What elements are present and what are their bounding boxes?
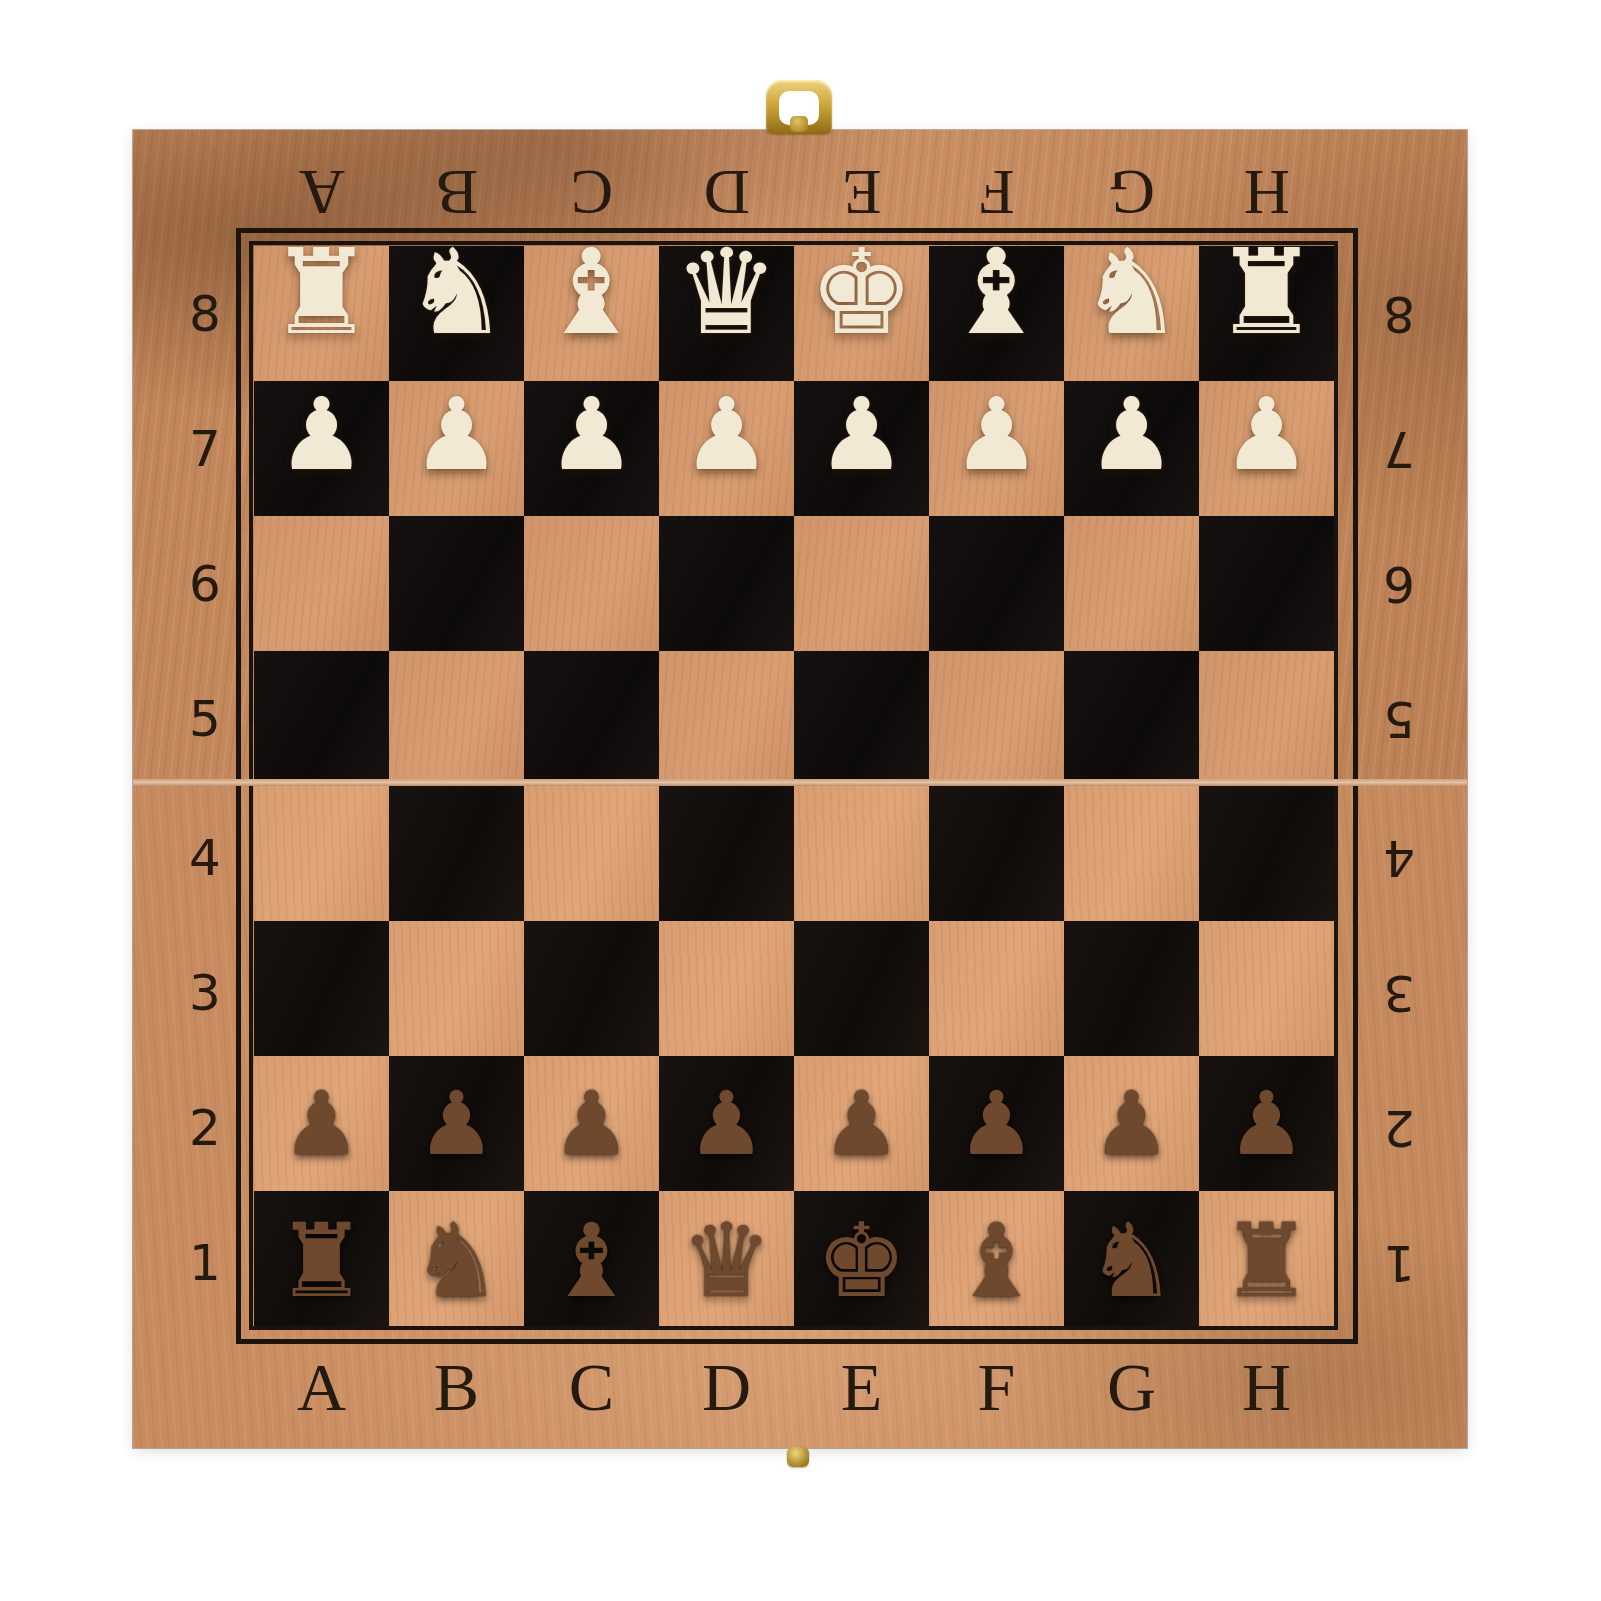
square-h2[interactable]: ♟ xyxy=(1199,1056,1334,1191)
file-label-bottom-b: B xyxy=(434,1348,479,1427)
square-f7[interactable]: ♟ xyxy=(929,381,1064,516)
piece-cream-pawn[interactable]: ♟ xyxy=(682,385,772,485)
piece-cream-bishop[interactable]: ♝ xyxy=(944,233,1050,351)
square-d4[interactable] xyxy=(659,786,794,921)
rank-label-left-2: 2 xyxy=(189,1099,221,1157)
square-g5[interactable] xyxy=(1064,651,1199,786)
piece-cream-knight[interactable]: ♞ xyxy=(404,233,510,351)
square-g2[interactable]: ♟ xyxy=(1064,1056,1199,1191)
square-d7[interactable]: ♟ xyxy=(659,381,794,516)
square-g1[interactable]: ♞ xyxy=(1064,1191,1199,1326)
square-d1[interactable]: ♛ xyxy=(659,1191,794,1326)
piece-brown-king[interactable]: ♚ xyxy=(816,1210,907,1312)
piece-cream-knight[interactable]: ♞ xyxy=(1079,233,1185,351)
file-label-top-h: H xyxy=(1243,155,1289,229)
piece-cream-pawn[interactable]: ♟ xyxy=(412,385,502,485)
piece-cream-pawn[interactable]: ♟ xyxy=(817,385,907,485)
square-b3[interactable] xyxy=(389,921,524,1056)
file-label-top-g: G xyxy=(1108,155,1154,229)
chess-board[interactable]: ♜♞♝♛♚♝♞♜♟♟♟♟♟♟♟♟♟♟♟♟♟♟♟♟♜♞♝♛♚♝♞♜ xyxy=(254,246,1334,1326)
piece-brown-pawn[interactable]: ♟ xyxy=(282,1080,361,1168)
fold-seam xyxy=(133,779,1467,786)
square-c5[interactable] xyxy=(524,651,659,786)
piece-brown-knight[interactable]: ♞ xyxy=(1086,1210,1177,1312)
square-d6[interactable] xyxy=(659,516,794,651)
file-label-bottom-e: E xyxy=(841,1348,883,1427)
square-b8[interactable]: ♞ xyxy=(389,246,524,381)
square-d5[interactable] xyxy=(659,651,794,786)
rank-label-right-3: 3 xyxy=(1383,964,1415,1022)
square-c2[interactable]: ♟ xyxy=(524,1056,659,1191)
square-b5[interactable] xyxy=(389,651,524,786)
square-g4[interactable] xyxy=(1064,786,1199,921)
square-h3[interactable] xyxy=(1199,921,1334,1056)
square-f3[interactable] xyxy=(929,921,1064,1056)
square-e4[interactable] xyxy=(794,786,929,921)
file-label-top-d: D xyxy=(703,155,749,229)
square-c1[interactable]: ♝ xyxy=(524,1191,659,1326)
piece-brown-bishop[interactable]: ♝ xyxy=(546,1210,637,1312)
rank-label-left-8: 8 xyxy=(189,285,221,343)
file-label-bottom-g: G xyxy=(1107,1348,1156,1427)
square-f5[interactable] xyxy=(929,651,1064,786)
square-b7[interactable]: ♟ xyxy=(389,381,524,516)
square-g8[interactable]: ♞ xyxy=(1064,246,1199,381)
file-label-bottom-h: H xyxy=(1242,1348,1291,1427)
piece-brown-pawn[interactable]: ♟ xyxy=(1227,1080,1306,1168)
square-a7[interactable]: ♟ xyxy=(254,381,389,516)
square-b6[interactable] xyxy=(389,516,524,651)
rank-label-right-8: 8 xyxy=(1383,285,1415,343)
square-f4[interactable] xyxy=(929,786,1064,921)
square-f1[interactable]: ♝ xyxy=(929,1191,1064,1326)
piece-brown-rook[interactable]: ♜ xyxy=(276,1210,367,1312)
square-a1[interactable]: ♜ xyxy=(254,1191,389,1326)
square-a2[interactable]: ♟ xyxy=(254,1056,389,1191)
piece-cream-king[interactable]: ♚ xyxy=(809,233,915,351)
square-b1[interactable]: ♞ xyxy=(389,1191,524,1326)
square-b2[interactable]: ♟ xyxy=(389,1056,524,1191)
square-f8[interactable]: ♝ xyxy=(929,246,1064,381)
rank-label-left-6: 6 xyxy=(189,555,221,613)
rank-label-right-1: 1 xyxy=(1383,1234,1415,1292)
square-c7[interactable]: ♟ xyxy=(524,381,659,516)
square-d8[interactable]: ♛ xyxy=(659,246,794,381)
file-label-top-e: E xyxy=(842,155,881,229)
rank-label-right-7: 7 xyxy=(1383,420,1415,478)
square-h1[interactable]: ♜ xyxy=(1199,1191,1334,1326)
square-c3[interactable] xyxy=(524,921,659,1056)
piece-brown-pawn[interactable]: ♟ xyxy=(1092,1080,1171,1168)
clasp-catch xyxy=(790,116,808,132)
file-label-top-c: C xyxy=(570,155,613,229)
rank-label-right-5: 5 xyxy=(1383,690,1415,748)
square-g6[interactable] xyxy=(1064,516,1199,651)
piece-cream-pawn[interactable]: ♟ xyxy=(547,385,637,485)
square-a4[interactable] xyxy=(254,786,389,921)
square-d3[interactable] xyxy=(659,921,794,1056)
square-e5[interactable] xyxy=(794,651,929,786)
square-h4[interactable] xyxy=(1199,786,1334,921)
piece-cream-pawn[interactable]: ♟ xyxy=(1222,385,1312,485)
square-a3[interactable] xyxy=(254,921,389,1056)
file-label-bottom-c: C xyxy=(569,1348,614,1427)
piece-brown-pawn[interactable]: ♟ xyxy=(552,1080,631,1168)
square-h8[interactable]: ♜ xyxy=(1199,246,1334,381)
square-a5[interactable] xyxy=(254,651,389,786)
rank-label-left-7: 7 xyxy=(189,420,221,478)
piece-cream-rook[interactable]: ♜ xyxy=(1214,233,1320,351)
piece-cream-pawn[interactable]: ♟ xyxy=(277,385,367,485)
brass-hinge-pin-icon xyxy=(787,1447,809,1467)
piece-brown-queen[interactable]: ♛ xyxy=(681,1210,772,1312)
square-e6[interactable] xyxy=(794,516,929,651)
piece-cream-pawn[interactable]: ♟ xyxy=(952,385,1042,485)
piece-brown-bishop[interactable]: ♝ xyxy=(951,1210,1042,1312)
square-c8[interactable]: ♝ xyxy=(524,246,659,381)
piece-cream-queen[interactable]: ♛ xyxy=(674,233,780,351)
square-g7[interactable]: ♟ xyxy=(1064,381,1199,516)
file-label-top-a: A xyxy=(298,155,344,229)
square-f2[interactable]: ♟ xyxy=(929,1056,1064,1191)
piece-brown-knight[interactable]: ♞ xyxy=(411,1210,502,1312)
square-d2[interactable]: ♟ xyxy=(659,1056,794,1191)
file-label-top-b: B xyxy=(435,155,478,229)
piece-brown-rook[interactable]: ♜ xyxy=(1221,1210,1312,1312)
piece-brown-pawn[interactable]: ♟ xyxy=(957,1080,1036,1168)
square-e1[interactable]: ♚ xyxy=(794,1191,929,1326)
square-e7[interactable]: ♟ xyxy=(794,381,929,516)
rank-label-left-4: 4 xyxy=(189,829,221,887)
file-label-bottom-f: F xyxy=(978,1348,1016,1427)
piece-cream-bishop[interactable]: ♝ xyxy=(539,233,645,351)
square-h6[interactable] xyxy=(1199,516,1334,651)
square-f6[interactable] xyxy=(929,516,1064,651)
rank-label-right-6: 6 xyxy=(1383,555,1415,613)
square-e3[interactable] xyxy=(794,921,929,1056)
square-c6[interactable] xyxy=(524,516,659,651)
rank-label-right-2: 2 xyxy=(1383,1099,1415,1157)
piece-cream-rook[interactable]: ♜ xyxy=(269,233,375,351)
rank-label-left-3: 3 xyxy=(189,964,221,1022)
rank-label-left-1: 1 xyxy=(189,1234,221,1292)
square-a8[interactable]: ♜ xyxy=(254,246,389,381)
square-e2[interactable]: ♟ xyxy=(794,1056,929,1191)
square-g3[interactable] xyxy=(1064,921,1199,1056)
piece-brown-pawn[interactable]: ♟ xyxy=(417,1080,496,1168)
piece-cream-pawn[interactable]: ♟ xyxy=(1087,385,1177,485)
rank-label-right-4: 4 xyxy=(1383,829,1415,887)
brass-clasp-icon xyxy=(766,80,832,134)
folding-chess-set-photo: ♜♞♝♛♚♝♞♜♟♟♟♟♟♟♟♟♟♟♟♟♟♟♟♟♜♞♝♛♚♝♞♜ ABCDEFG… xyxy=(0,0,1601,1601)
file-label-top-f: F xyxy=(979,155,1015,229)
square-h7[interactable]: ♟ xyxy=(1199,381,1334,516)
square-h5[interactable] xyxy=(1199,651,1334,786)
square-a6[interactable] xyxy=(254,516,389,651)
piece-brown-pawn[interactable]: ♟ xyxy=(687,1080,766,1168)
piece-brown-pawn[interactable]: ♟ xyxy=(822,1080,901,1168)
rank-label-left-5: 5 xyxy=(189,690,221,748)
file-label-bottom-d: D xyxy=(702,1348,751,1427)
file-label-bottom-a: A xyxy=(297,1348,346,1427)
square-c4[interactable] xyxy=(524,786,659,921)
square-e8[interactable]: ♚ xyxy=(794,246,929,381)
square-b4[interactable] xyxy=(389,786,524,921)
